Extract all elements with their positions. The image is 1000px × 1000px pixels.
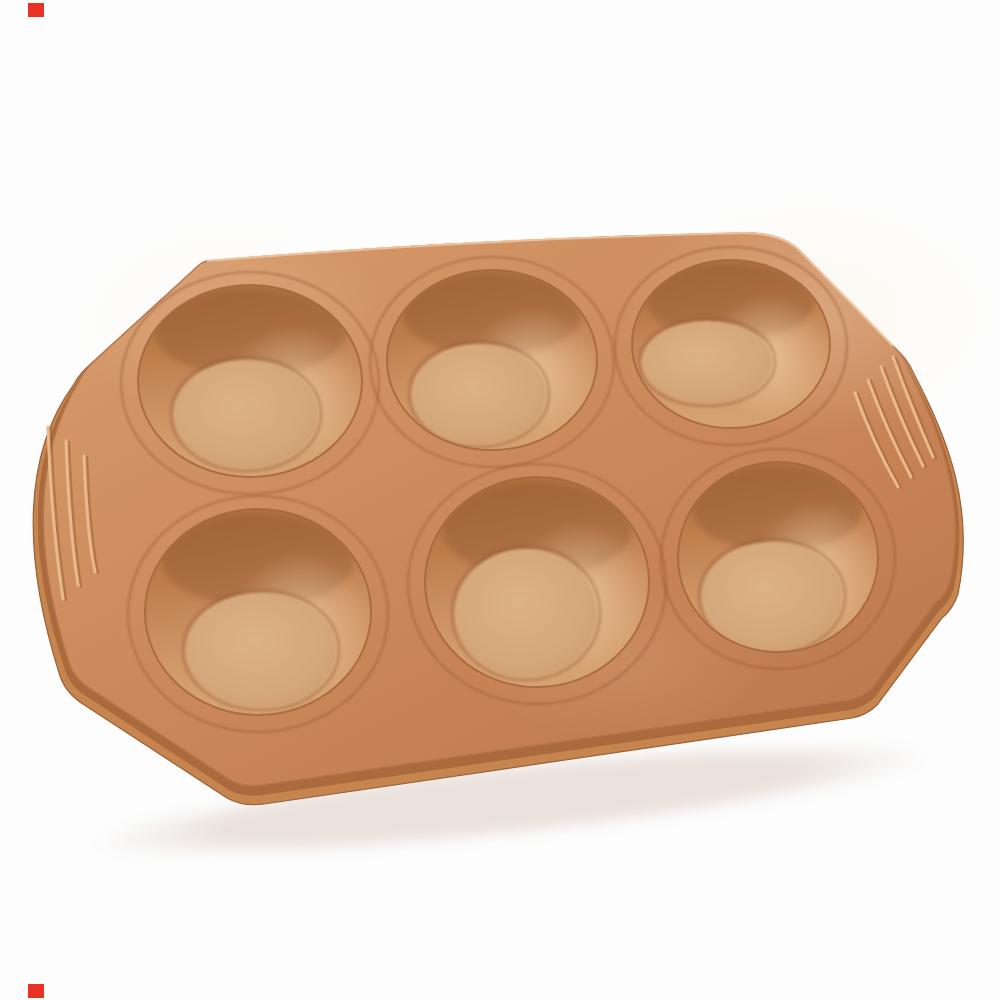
cup-floor <box>455 549 597 677</box>
red-mark-top-left <box>28 3 44 17</box>
cup-floor <box>174 360 318 468</box>
cup-floor <box>412 344 546 444</box>
product-photo-canvas <box>0 0 1000 1000</box>
muffin-pan-photo <box>0 0 1000 1000</box>
cup-floor <box>186 593 336 707</box>
red-mark-bottom-left <box>28 984 44 998</box>
cup-floor <box>642 321 772 403</box>
cup-floor <box>702 542 842 650</box>
